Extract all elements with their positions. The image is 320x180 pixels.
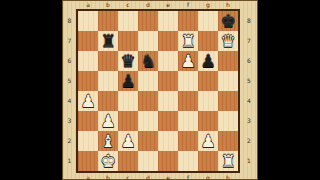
- square-b6[interactable]: [98, 51, 118, 71]
- screenshot-root: { "game": "chess", "scene": { "backgroun…: [0, 0, 320, 180]
- square-f4[interactable]: [178, 91, 198, 111]
- piece-white-pawn-f6[interactable]: ♟: [178, 51, 198, 71]
- square-h6[interactable]: [218, 51, 238, 71]
- square-a8[interactable]: [78, 11, 98, 31]
- square-b5[interactable]: [98, 71, 118, 91]
- square-g4[interactable]: [198, 91, 218, 111]
- square-b1[interactable]: ♚: [98, 151, 118, 171]
- rank-label-right-2: 2: [240, 131, 258, 151]
- square-c5[interactable]: ♟: [118, 71, 138, 91]
- piece-black-king-h8[interactable]: ♚: [218, 11, 238, 31]
- square-e8[interactable]: [158, 11, 178, 31]
- square-g3[interactable]: [198, 111, 218, 131]
- file-label-top-h: h: [218, 1, 238, 9]
- file-label-bottom-h: h: [218, 173, 238, 180]
- square-d4[interactable]: [138, 91, 158, 111]
- square-h3[interactable]: [218, 111, 238, 131]
- square-h4[interactable]: [218, 91, 238, 111]
- file-label-bottom-d: d: [138, 173, 158, 180]
- file-label-bottom-g: g: [198, 173, 218, 180]
- piece-black-pawn-c5[interactable]: ♟: [118, 71, 138, 91]
- square-g8[interactable]: [198, 11, 218, 31]
- letterbox-left: [0, 0, 62, 180]
- rank-label-right-5: 5: [240, 71, 258, 91]
- piece-white-pawn-g2[interactable]: ♟: [198, 131, 218, 151]
- square-g5[interactable]: [198, 71, 218, 91]
- square-d7[interactable]: [138, 31, 158, 51]
- file-label-top-g: g: [198, 1, 218, 9]
- square-c4[interactable]: [118, 91, 138, 111]
- file-label-top-e: e: [158, 1, 178, 9]
- square-h7[interactable]: ♛: [218, 31, 238, 51]
- square-d1[interactable]: [138, 151, 158, 171]
- square-g1[interactable]: [198, 151, 218, 171]
- piece-black-rook-b7[interactable]: ♜: [98, 31, 118, 51]
- square-f7[interactable]: ♜: [178, 31, 198, 51]
- piece-white-king-b1[interactable]: ♚: [98, 151, 118, 171]
- square-d6[interactable]: ♞: [138, 51, 158, 71]
- square-e2[interactable]: [158, 131, 178, 151]
- square-a3[interactable]: [78, 111, 98, 131]
- rank-label-right-4: 4: [240, 91, 258, 111]
- piece-white-rook-h1[interactable]: ♜: [218, 151, 238, 171]
- file-label-bottom-b: b: [98, 173, 118, 180]
- square-b2[interactable]: ♝: [98, 131, 118, 151]
- piece-black-queen-c6[interactable]: ♛: [118, 51, 138, 71]
- square-h2[interactable]: [218, 131, 238, 151]
- file-label-bottom-a: a: [78, 173, 98, 180]
- square-c3[interactable]: [118, 111, 138, 131]
- letterbox-right: [258, 0, 320, 180]
- piece-black-knight-d6[interactable]: ♞: [138, 51, 158, 71]
- square-e1[interactable]: [158, 151, 178, 171]
- square-e6[interactable]: [158, 51, 178, 71]
- square-e4[interactable]: [158, 91, 178, 111]
- file-label-bottom-e: e: [158, 173, 178, 180]
- piece-white-rook-f7[interactable]: ♜: [178, 31, 198, 51]
- file-label-bottom-f: f: [178, 173, 198, 180]
- piece-white-pawn-a4[interactable]: ♟: [78, 91, 98, 111]
- square-h8[interactable]: ♚: [218, 11, 238, 31]
- square-e3[interactable]: [158, 111, 178, 131]
- square-g2[interactable]: ♟: [198, 131, 218, 151]
- file-label-top-c: c: [118, 1, 138, 9]
- square-c1[interactable]: [118, 151, 138, 171]
- rank-label-left-1: 1: [63, 151, 76, 171]
- square-h1[interactable]: ♜: [218, 151, 238, 171]
- file-labels-top: abcdefgh: [78, 1, 238, 9]
- rank-label-right-7: 7: [240, 31, 258, 51]
- rank-label-left-5: 5: [63, 71, 76, 91]
- square-b8[interactable]: [98, 11, 118, 31]
- rank-label-right-3: 3: [240, 111, 258, 131]
- square-e7[interactable]: [158, 31, 178, 51]
- file-label-top-f: f: [178, 1, 198, 9]
- square-f3[interactable]: [178, 111, 198, 131]
- square-a6[interactable]: [78, 51, 98, 71]
- rank-label-left-8: 8: [63, 11, 76, 31]
- square-a2[interactable]: [78, 131, 98, 151]
- square-d3[interactable]: [138, 111, 158, 131]
- square-b7[interactable]: ♜: [98, 31, 118, 51]
- rank-label-left-2: 2: [63, 131, 76, 151]
- square-d5[interactable]: [138, 71, 158, 91]
- square-f2[interactable]: [178, 131, 198, 151]
- rank-labels-left: 87654321: [63, 11, 76, 171]
- rank-label-left-4: 4: [63, 91, 76, 111]
- file-labels-bottom: abcdefgh: [78, 173, 238, 180]
- file-label-bottom-c: c: [118, 173, 138, 180]
- piece-white-pawn-c2[interactable]: ♟: [118, 131, 138, 151]
- rank-label-left-3: 3: [63, 111, 76, 131]
- square-c6[interactable]: ♛: [118, 51, 138, 71]
- square-f8[interactable]: [178, 11, 198, 31]
- square-a4[interactable]: ♟: [78, 91, 98, 111]
- square-e5[interactable]: [158, 71, 178, 91]
- square-a5[interactable]: [78, 71, 98, 91]
- square-b4[interactable]: [98, 91, 118, 111]
- rank-labels-right: 87654321: [240, 11, 258, 171]
- piece-white-queen-h7[interactable]: ♛: [218, 31, 238, 51]
- square-c8[interactable]: [118, 11, 138, 31]
- chess-board: abcdefgh abcdefgh 87654321 87654321 ♚♜♜♛…: [62, 0, 258, 180]
- square-f6[interactable]: ♟: [178, 51, 198, 71]
- file-label-top-b: b: [98, 1, 118, 9]
- rank-label-right-6: 6: [240, 51, 258, 71]
- board-squares: ♚♜♜♛♛♞♟♟♟♟♟♝♟♟♚♜: [76, 9, 240, 173]
- square-c2[interactable]: ♟: [118, 131, 138, 151]
- piece-white-bishop-b2[interactable]: ♝: [98, 131, 118, 151]
- piece-white-pawn-b3[interactable]: ♟: [98, 111, 118, 131]
- square-d2[interactable]: [138, 131, 158, 151]
- square-f1[interactable]: [178, 151, 198, 171]
- square-d8[interactable]: [138, 11, 158, 31]
- rank-label-left-7: 7: [63, 31, 76, 51]
- square-g7[interactable]: [198, 31, 218, 51]
- square-a7[interactable]: [78, 31, 98, 51]
- piece-black-pawn-g6[interactable]: ♟: [198, 51, 218, 71]
- square-b3[interactable]: ♟: [98, 111, 118, 131]
- file-label-top-a: a: [78, 1, 98, 9]
- square-a1[interactable]: [78, 151, 98, 171]
- rank-label-left-6: 6: [63, 51, 76, 71]
- square-f5[interactable]: [178, 71, 198, 91]
- file-label-top-d: d: [138, 1, 158, 9]
- rank-label-right-1: 1: [240, 151, 258, 171]
- rank-label-right-8: 8: [240, 11, 258, 31]
- square-g6[interactable]: ♟: [198, 51, 218, 71]
- square-h5[interactable]: [218, 71, 238, 91]
- square-c7[interactable]: [118, 31, 138, 51]
